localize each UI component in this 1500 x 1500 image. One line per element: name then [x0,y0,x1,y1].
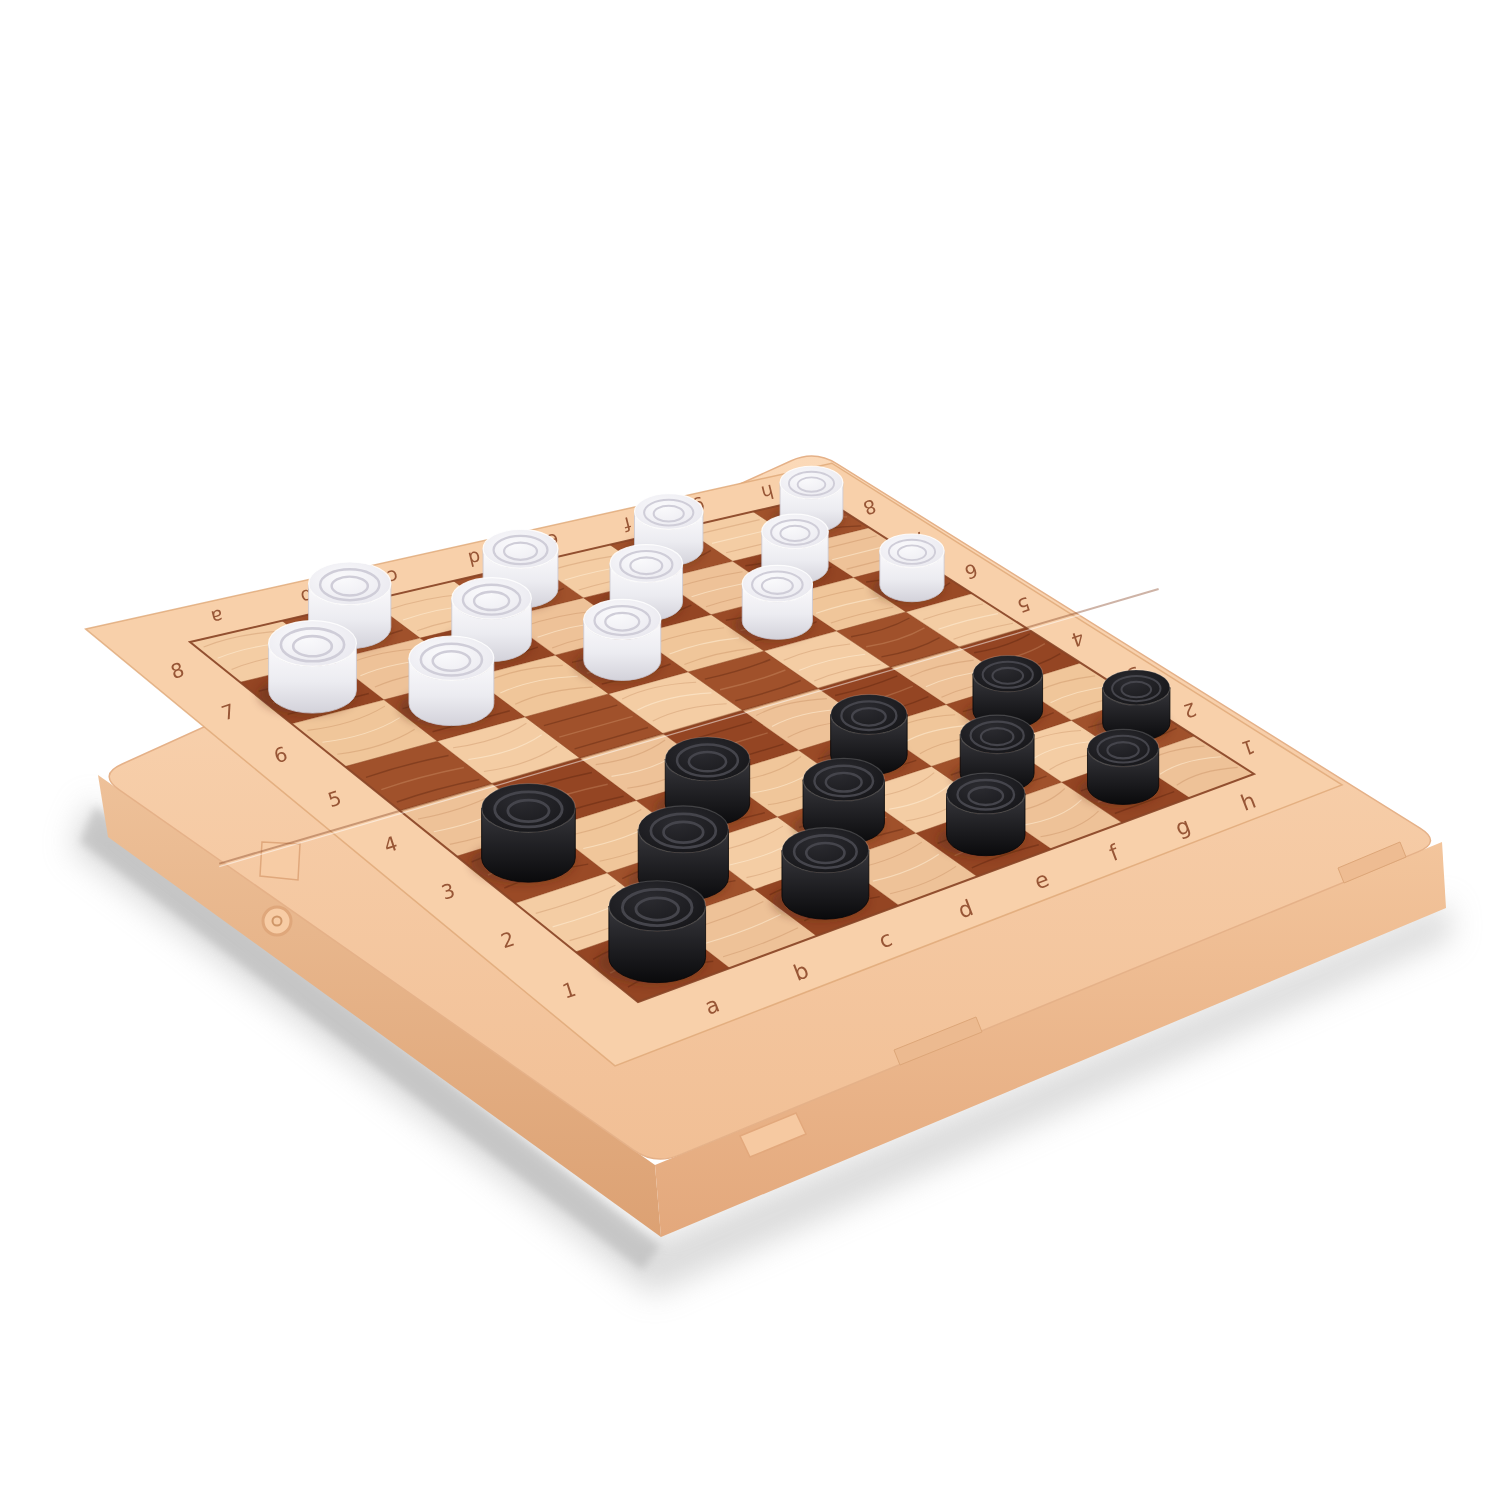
hinge-pin [263,907,291,935]
piece-black-e1[interactable] [937,773,1025,857]
piece-white-b6[interactable] [399,636,494,727]
piece-black-g1[interactable] [1079,729,1159,805]
piece-white-h6[interactable] [872,534,944,603]
piece-white-f6[interactable] [734,565,812,640]
piece-black-c1[interactable] [772,828,869,921]
product-photo-checkers-board: 8877665544332211aabbccddeeffgghh [0,0,1500,1500]
hinge-tab [260,842,300,880]
board-scene: 8877665544332211aabbccddeeffgghh [0,0,1500,1500]
piece-black-a3[interactable] [471,783,576,883]
piece-white-d6[interactable] [575,599,661,681]
piece-black-a1[interactable] [598,881,706,984]
piece-white-a7[interactable] [258,621,356,715]
